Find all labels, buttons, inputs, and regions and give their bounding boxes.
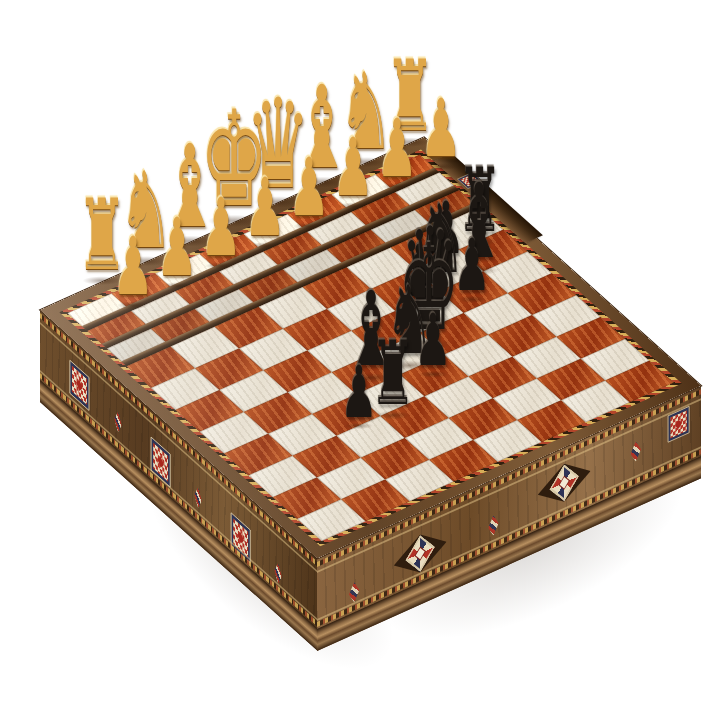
piece-glyph: ♟ (288, 149, 330, 229)
piece-glyph: ♟ (112, 228, 154, 308)
mosaic-motif (114, 409, 122, 436)
piece-glyph: ♟ (340, 356, 377, 428)
piece-glyph: ♟ (420, 89, 462, 169)
piece-glyph: ♟ (200, 188, 242, 268)
stage: ♜♞♝♚♛♝♞♜♟♟♟♟♟♟♟♟♜♟♝♞♟♛♟♚♞♝♟♜♟ (0, 0, 720, 720)
piece-glyph: ♟ (156, 208, 198, 288)
piece-glyph: ♟ (376, 109, 418, 189)
mosaic-motif (631, 439, 641, 464)
piece-glyph: ♟ (414, 304, 451, 376)
mosaic-motif (488, 513, 498, 538)
piece-glyph: ♟ (244, 168, 286, 248)
piece-glyph: ♟ (332, 129, 374, 209)
mosaic-motif (194, 484, 202, 511)
